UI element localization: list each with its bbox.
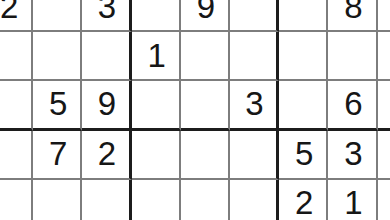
- cell-r5c1[interactable]: [0, 180, 33, 220]
- cell-r4c2[interactable]: 7: [33, 131, 82, 180]
- cell-r1c6[interactable]: [230, 0, 279, 32]
- cell-r1c3[interactable]: 3: [82, 0, 131, 32]
- cell-r3c7[interactable]: [279, 81, 328, 130]
- cell-r3c3[interactable]: 9: [82, 81, 131, 130]
- cell-r3c1[interactable]: [0, 81, 33, 130]
- sudoku-board: 239815936725321: [0, 0, 390, 220]
- cell-r5c3[interactable]: [82, 180, 131, 220]
- cell-r2c8[interactable]: [328, 32, 377, 81]
- cell-r3c9[interactable]: [378, 81, 390, 130]
- cell-r2c7[interactable]: [279, 32, 328, 81]
- cell-r3c8[interactable]: 6: [328, 81, 377, 130]
- cell-r3c4[interactable]: [132, 81, 181, 130]
- cell-r4c5[interactable]: [181, 131, 230, 180]
- sudoku-crop-viewport: 239815936725321: [0, 0, 390, 220]
- cell-r5c6[interactable]: [230, 180, 279, 220]
- cell-r5c4[interactable]: [132, 180, 181, 220]
- cell-r4c3[interactable]: 2: [82, 131, 131, 180]
- cell-r4c6[interactable]: [230, 131, 279, 180]
- cell-r3c6[interactable]: 3: [230, 81, 279, 130]
- cell-r4c9[interactable]: [378, 131, 390, 180]
- cell-r2c5[interactable]: [181, 32, 230, 81]
- cell-r1c8[interactable]: 8: [328, 0, 377, 32]
- cell-r1c9[interactable]: [378, 0, 390, 32]
- cell-r5c2[interactable]: [33, 180, 82, 220]
- cell-r4c4[interactable]: [132, 131, 181, 180]
- cell-r2c9[interactable]: [378, 32, 390, 81]
- cell-r1c7[interactable]: [279, 0, 328, 32]
- cell-r2c3[interactable]: [82, 32, 131, 81]
- cell-r5c9[interactable]: [378, 180, 390, 220]
- cell-r3c2[interactable]: 5: [33, 81, 82, 130]
- cell-r1c5[interactable]: 9: [181, 0, 230, 32]
- cell-r5c5[interactable]: [181, 180, 230, 220]
- cell-r5c7[interactable]: 2: [279, 180, 328, 220]
- cell-r2c4[interactable]: 1: [132, 32, 181, 81]
- cell-r2c2[interactable]: [33, 32, 82, 81]
- cell-r4c8[interactable]: 3: [328, 131, 377, 180]
- cell-r2c6[interactable]: [230, 32, 279, 81]
- cell-r4c1[interactable]: [0, 131, 33, 180]
- cell-r1c4[interactable]: [132, 0, 181, 32]
- cell-r1c1[interactable]: 2: [0, 0, 33, 32]
- cell-r3c5[interactable]: [181, 81, 230, 130]
- cell-r5c8[interactable]: 1: [328, 180, 377, 220]
- cell-r2c1[interactable]: [0, 32, 33, 81]
- cell-r1c2[interactable]: [33, 0, 82, 32]
- cell-r4c7[interactable]: 5: [279, 131, 328, 180]
